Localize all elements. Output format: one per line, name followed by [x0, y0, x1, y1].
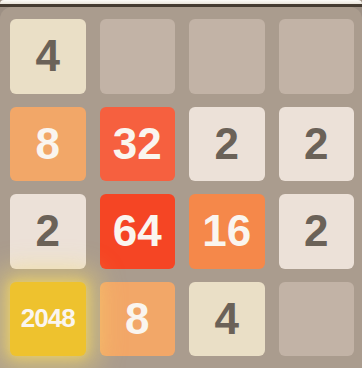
- game-board[interactable]: 483222264162204884: [0, 7, 362, 368]
- tile-4: 4: [189, 282, 265, 357]
- tile-64: 64: [100, 194, 176, 269]
- empty-cell: [279, 19, 355, 94]
- tile-2: 2: [189, 107, 265, 182]
- tile-8: 8: [10, 107, 86, 182]
- tile-16: 16: [189, 194, 265, 269]
- tile-2048: 2048: [10, 282, 86, 357]
- empty-cell: [279, 282, 355, 357]
- tile-2: 2: [279, 194, 355, 269]
- tile-4: 4: [10, 19, 86, 94]
- 2048-game-screen: 483222264162204884: [0, 0, 362, 368]
- tile-grid[interactable]: 483222264162204884: [10, 19, 354, 356]
- window-top-border: [0, 4, 362, 7]
- tile-32: 32: [100, 107, 176, 182]
- tile-2: 2: [10, 194, 86, 269]
- tile-2: 2: [279, 107, 355, 182]
- tile-8: 8: [100, 282, 176, 357]
- empty-cell: [100, 19, 176, 94]
- empty-cell: [189, 19, 265, 94]
